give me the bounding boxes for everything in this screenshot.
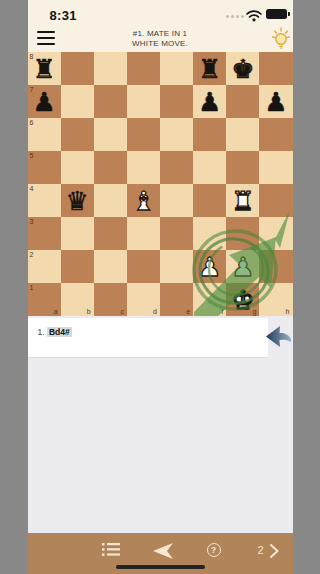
square-d3[interactable] <box>127 217 160 250</box>
square-b4[interactable]: ♛ <box>61 184 94 217</box>
square-e4[interactable] <box>160 184 193 217</box>
square-c2[interactable] <box>94 250 127 283</box>
square-f7[interactable]: ♟ <box>193 85 226 118</box>
rank-label-3: 3 <box>30 218 34 225</box>
square-a1[interactable]: 1a <box>28 283 61 316</box>
square-e3[interactable] <box>160 217 193 250</box>
square-h4[interactable] <box>259 184 292 217</box>
piece-black-king: ♚ <box>226 52 259 85</box>
piece-white-bishop: ♝ <box>127 184 160 217</box>
square-d5[interactable] <box>127 151 160 184</box>
piece-black-rook: ♜ <box>193 52 226 85</box>
battery-icon <box>266 9 287 19</box>
piece-black-pawn: ♟ <box>193 85 226 118</box>
square-e6[interactable] <box>160 118 193 151</box>
piece-white-pawn: ♟ <box>193 250 226 283</box>
square-b5[interactable] <box>61 151 94 184</box>
file-label-h: h <box>286 308 290 315</box>
square-f8[interactable]: ♜ <box>193 52 226 85</box>
square-g4[interactable]: ♜ <box>226 184 259 217</box>
piece-white-pawn: ♟ <box>226 250 259 283</box>
help-button[interactable]: ? <box>207 543 221 557</box>
hint-lightbulb-button[interactable] <box>270 27 292 51</box>
piece-white-rook: ♜ <box>226 184 259 217</box>
rank-label-5: 5 <box>30 152 34 159</box>
file-label-a: a <box>54 308 58 315</box>
bottom-toolbar: ? 2 <box>28 533 293 574</box>
chess-board: 8♜♜♚7♟♟♟654♛♝♜32♟♟1abcdefg♚h <box>28 52 293 316</box>
home-indicator[interactable] <box>116 565 205 570</box>
rank-label-6: 6 <box>30 119 34 126</box>
file-label-c: c <box>120 308 124 315</box>
square-a3[interactable]: 3 <box>28 217 61 250</box>
puzzle-title-line1: #1. MATE IN 1 <box>88 29 233 39</box>
square-h3[interactable] <box>259 217 292 250</box>
square-f4[interactable] <box>193 184 226 217</box>
square-f5[interactable] <box>193 151 226 184</box>
square-g5[interactable] <box>226 151 259 184</box>
square-a4[interactable]: 4 <box>28 184 61 217</box>
app-screen: 8:31 #1. MATE IN 1 WHITE MOVE. <box>28 0 293 574</box>
square-e1[interactable]: e <box>160 283 193 316</box>
square-h6[interactable] <box>259 118 292 151</box>
square-b2[interactable] <box>61 250 94 283</box>
rank-label-1: 1 <box>30 284 34 291</box>
rank-label-4: 4 <box>30 185 34 192</box>
move-entry: 1. Bd4# <box>38 327 72 337</box>
piece-black-pawn: ♟ <box>259 85 292 118</box>
square-c6[interactable] <box>94 118 127 151</box>
square-g6[interactable] <box>226 118 259 151</box>
square-c8[interactable] <box>94 52 127 85</box>
wifi-icon <box>246 8 262 26</box>
square-d7[interactable] <box>127 85 160 118</box>
next-puzzle-chevron[interactable] <box>270 544 279 562</box>
square-b6[interactable] <box>61 118 94 151</box>
square-a2[interactable]: 2 <box>28 250 61 283</box>
square-h7[interactable]: ♟ <box>259 85 292 118</box>
square-a8[interactable]: 8♜ <box>28 52 61 85</box>
square-h2[interactable] <box>259 250 292 283</box>
square-h5[interactable] <box>259 151 292 184</box>
status-time: 8:31 <box>50 8 77 23</box>
square-e2[interactable] <box>160 250 193 283</box>
square-g8[interactable]: ♚ <box>226 52 259 85</box>
square-d6[interactable] <box>127 118 160 151</box>
file-label-f: f <box>221 308 223 315</box>
square-f2[interactable]: ♟ <box>193 250 226 283</box>
next-puzzle-number[interactable]: 2 <box>258 544 264 556</box>
rank-label-8: 8 <box>30 53 34 60</box>
square-b7[interactable] <box>61 85 94 118</box>
piece-black-queen: ♛ <box>61 184 94 217</box>
top-bar: 8:31 #1. MATE IN 1 WHITE MOVE. <box>28 0 293 52</box>
square-c4[interactable] <box>94 184 127 217</box>
rank-label-7: 7 <box>30 86 34 93</box>
square-d1[interactable]: d <box>127 283 160 316</box>
square-d2[interactable] <box>127 250 160 283</box>
move-number: 1. <box>38 327 45 337</box>
square-b3[interactable] <box>61 217 94 250</box>
cellular-signal-icon <box>226 15 244 18</box>
square-e5[interactable] <box>160 151 193 184</box>
file-label-g: g <box>252 308 256 315</box>
rank-label-2: 2 <box>30 251 34 258</box>
square-c7[interactable] <box>94 85 127 118</box>
square-c3[interactable] <box>94 217 127 250</box>
file-label-d: d <box>153 308 157 315</box>
square-c5[interactable] <box>94 151 127 184</box>
file-label-b: b <box>87 308 91 315</box>
square-f1[interactable]: f <box>193 283 226 316</box>
square-f3[interactable] <box>193 217 226 250</box>
square-g3[interactable] <box>226 217 259 250</box>
square-e7[interactable] <box>160 85 193 118</box>
square-g1[interactable]: g♚ <box>226 283 259 316</box>
move-text[interactable]: Bd4# <box>47 327 72 337</box>
undo-back-arrow-button[interactable] <box>265 322 292 352</box>
puzzle-list-button[interactable] <box>102 542 120 561</box>
square-e8[interactable] <box>160 52 193 85</box>
file-label-e: e <box>186 308 190 315</box>
square-a7[interactable]: 7♟ <box>28 85 61 118</box>
square-d8[interactable] <box>127 52 160 85</box>
square-h8[interactable] <box>259 52 292 85</box>
square-h1[interactable]: h <box>259 283 292 316</box>
square-g7[interactable] <box>226 85 259 118</box>
square-c1[interactable]: c <box>94 283 127 316</box>
square-g2[interactable]: ♟ <box>226 250 259 283</box>
square-a5[interactable]: 5 <box>28 151 61 184</box>
square-f6[interactable] <box>193 118 226 151</box>
square-b1[interactable]: b <box>61 283 94 316</box>
puzzle-title: #1. MATE IN 1 WHITE MOVE. <box>88 29 233 50</box>
puzzle-title-line2: WHITE MOVE. <box>88 39 233 49</box>
square-b8[interactable] <box>61 52 94 85</box>
square-d4[interactable]: ♝ <box>127 184 160 217</box>
square-a6[interactable]: 6 <box>28 118 61 151</box>
send-solution-button[interactable] <box>152 542 174 564</box>
menu-button[interactable] <box>37 31 55 45</box>
move-list-panel: 1. Bd4# <box>28 318 268 358</box>
